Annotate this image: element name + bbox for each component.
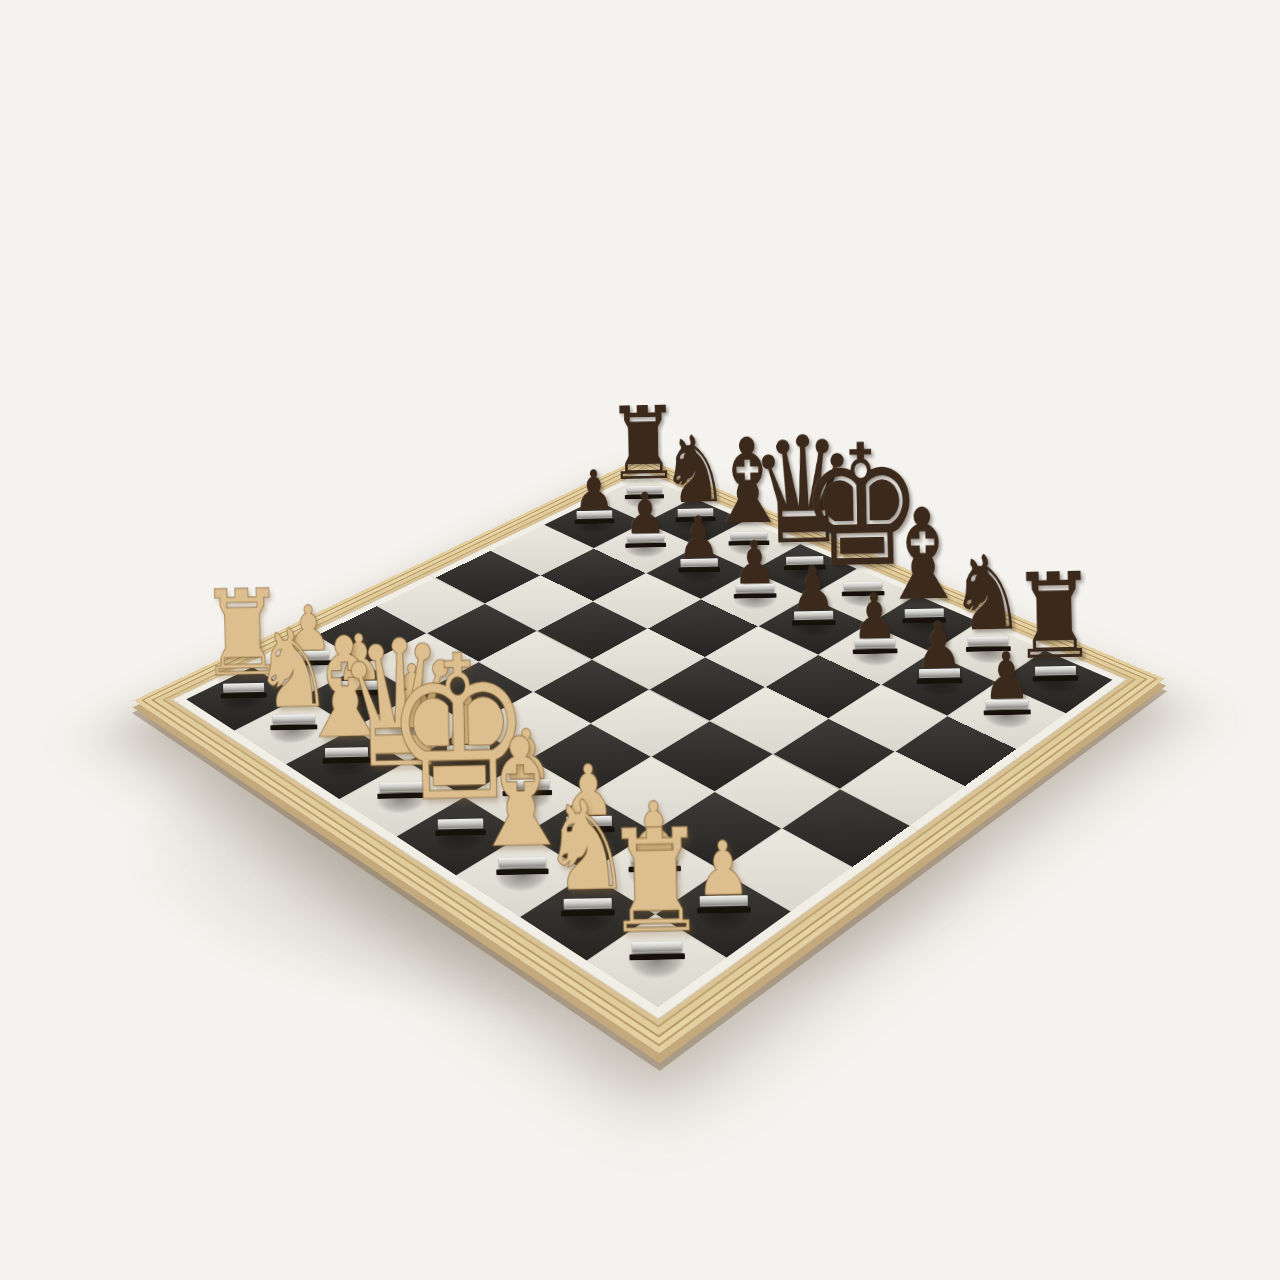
board-frame: ♜♞♝♛♚♝♞♜♟♟♟♟♟♟♟♟♟♟♟♟♟♟♟♟♜♞♝♛♚♝♞♜ <box>134 457 1165 1053</box>
leather-base-pad <box>783 565 825 570</box>
leather-base-pad <box>983 709 1030 715</box>
board-leather-margin: ♜♞♝♛♚♝♞♜♟♟♟♟♟♟♟♟♟♟♟♟♟♟♟♟♜♞♝♛♚♝♞♜ <box>172 471 1126 1019</box>
piece-billboard: ♞ <box>659 504 732 539</box>
leather-base-pad <box>733 593 776 599</box>
square-e6[interactable] <box>706 627 818 687</box>
dark-bishop-c8[interactable]: ♝ <box>688 421 807 546</box>
piece-contact-shadow <box>772 604 855 647</box>
piece-billboard: ♟ <box>715 578 795 618</box>
square-c8[interactable]: ♝ <box>698 521 800 571</box>
pawn-glyph: ♟ <box>732 532 777 593</box>
leather-base-pad <box>675 517 715 522</box>
piece-anchor: ♜ <box>595 476 693 522</box>
piece-contact-shadow <box>714 578 795 620</box>
nickel-base-band <box>730 531 767 540</box>
knight-glyph: ♞ <box>659 423 729 517</box>
piece-billboard: ♟ <box>558 506 630 541</box>
piece-contact-shadow <box>765 550 844 590</box>
square-d7[interactable]: ♟ <box>701 571 808 626</box>
square-e7[interactable]: ♟ <box>759 597 868 654</box>
piece-billboard: ♚ <box>822 576 905 616</box>
piece-anchor: ♟ <box>701 571 808 626</box>
nickel-base-band <box>626 486 661 494</box>
piece-billboard: ♟ <box>772 604 856 646</box>
square-a7[interactable]: ♟ <box>544 500 644 548</box>
light-rook-h1[interactable]: ♜ <box>574 808 736 961</box>
piece-anchor: ♝ <box>698 521 800 571</box>
piece-anchor: ♞ <box>645 498 745 546</box>
piece-billboard: ♝ <box>711 527 787 564</box>
piece-anchor: ♟ <box>759 597 868 654</box>
nickel-base-band <box>632 941 682 953</box>
piece-billboard: ♜ <box>608 927 708 994</box>
chess-board: ♜♞♝♛♚♝♞♜♟♟♟♟♟♟♟♟♟♟♟♟♟♟♟♟♜♞♝♛♚♝♞♜ <box>134 457 1165 1053</box>
camera-tilt-wrapper: ♜♞♝♛♚♝♞♜♟♟♟♟♟♟♟♟♟♟♟♟♟♟♟♟♜♞♝♛♚♝♞♜ <box>0 0 1280 1280</box>
piece-contact-shadow <box>659 553 738 593</box>
nickel-base-band <box>985 699 1027 709</box>
nickel-base-band <box>627 534 664 543</box>
piece-contact-shadow <box>607 529 685 567</box>
leather-base-pad <box>574 519 614 524</box>
piece-billboard: ♟ <box>959 691 1056 739</box>
nickel-base-band <box>735 584 773 593</box>
dark-knight-b8[interactable]: ♞ <box>636 423 752 523</box>
leather-base-pad <box>728 540 769 545</box>
piece-billboard: ♜ <box>609 482 679 516</box>
perspective-wrapper: ♜♞♝♛♚♝♞♜♟♟♟♟♟♟♟♟♟♟♟♟♟♟♟♟♜♞♝♛♚♝♞♜ <box>0 0 1280 1280</box>
piece-anchor: ♛ <box>752 544 856 596</box>
square-a8[interactable]: ♜ <box>595 476 693 522</box>
piece-billboard: ♟ <box>609 529 682 566</box>
dark-bishop-f8[interactable]: ♝ <box>859 490 987 624</box>
dark-rook-a8[interactable]: ♜ <box>586 392 700 500</box>
square-h1[interactable]: ♜ <box>587 915 725 1007</box>
square-c6[interactable] <box>594 574 701 629</box>
square-a5[interactable] <box>436 551 540 603</box>
square-d8[interactable]: ♛ <box>752 544 856 596</box>
queen-glyph: ♛ <box>747 416 858 566</box>
dark-pawn-a7[interactable]: ♟ <box>536 461 652 524</box>
square-c5[interactable] <box>538 602 647 659</box>
bishop-glyph: ♝ <box>875 490 970 618</box>
dark-king-e8[interactable]: ♚ <box>798 421 924 597</box>
leather-base-pad <box>841 591 884 597</box>
leather-base-pad <box>791 620 835 626</box>
square-b7[interactable]: ♟ <box>594 523 696 573</box>
nickel-base-band <box>843 581 881 590</box>
dark-pawn-c7[interactable]: ♟ <box>638 507 759 573</box>
square-d5[interactable] <box>593 629 705 689</box>
nickel-base-band <box>576 510 612 519</box>
piece-billboard: ♛ <box>765 551 845 589</box>
piece-anchor: ♟ <box>594 523 696 573</box>
pawn-glyph: ♟ <box>572 462 614 519</box>
bishop-glyph: ♝ <box>703 421 792 540</box>
piece-contact-shadow <box>822 575 903 616</box>
nickel-base-band <box>680 558 717 567</box>
pawn-glyph: ♟ <box>623 485 666 543</box>
square-d6[interactable] <box>648 599 757 656</box>
product-photo-scene: ♜♞♝♛♚♝♞♜♟♟♟♟♟♟♟♟♟♟♟♟♟♟♟♟♜♞♝♛♚♝♞♜ <box>0 0 1280 1280</box>
king-glyph: ♚ <box>798 421 925 591</box>
rook-glyph: ♜ <box>605 392 681 494</box>
leather-base-pad <box>624 494 663 499</box>
pawn-glyph: ♟ <box>676 508 720 567</box>
dark-pawn-h7[interactable]: ♟ <box>938 642 1074 717</box>
piece-anchor: ♜ <box>587 915 725 1007</box>
rook-glyph: ♜ <box>601 809 709 954</box>
piece-anchor: ♟ <box>544 500 644 548</box>
piece-contact-shadow <box>710 526 788 564</box>
leather-base-pad <box>625 542 666 547</box>
nickel-base-band <box>785 556 822 565</box>
leather-base-pad <box>629 953 685 960</box>
dark-queen-d8[interactable]: ♛ <box>742 416 865 571</box>
piece-contact-shadow <box>556 506 632 542</box>
dark-pawn-b7[interactable]: ♟ <box>586 484 704 549</box>
dark-pawn-d7[interactable]: ♟ <box>692 532 816 600</box>
leather-base-pad <box>678 567 720 572</box>
square-b6[interactable] <box>541 549 645 601</box>
piece-contact-shadow <box>657 504 733 540</box>
square-b8[interactable]: ♞ <box>645 498 745 546</box>
nickel-base-band <box>794 610 833 619</box>
dark-pawn-e7[interactable]: ♟ <box>749 557 875 626</box>
nickel-base-band <box>677 508 713 517</box>
square-a6[interactable] <box>491 525 593 575</box>
piece-anchor: ♟ <box>647 547 751 599</box>
piece-contact-shadow <box>607 482 681 517</box>
pawn-glyph: ♟ <box>790 558 836 620</box>
board-grid: ♜♞♝♛♚♝♞♜♟♟♟♟♟♟♟♟♟♟♟♟♟♟♟♟♜♞♝♛♚♝♞♜ <box>186 476 1112 1007</box>
square-c7[interactable]: ♟ <box>647 547 751 599</box>
piece-billboard: ♟ <box>661 553 737 592</box>
